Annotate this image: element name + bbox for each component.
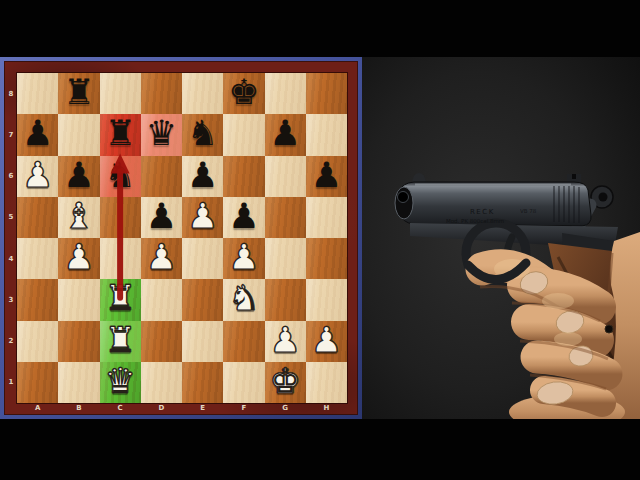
gun-illustration: RECK VB 78 Mod. PK 800cal.8mm xyxy=(362,57,640,419)
square-h2: ♟ xyxy=(306,321,347,362)
white-pawn-h2: ♟ xyxy=(311,323,342,358)
rank-label-6: 6 xyxy=(6,156,16,197)
black-pawn-f5: ♟ xyxy=(228,199,259,234)
square-e4 xyxy=(182,238,223,279)
black-pawn-b6: ♟ xyxy=(63,158,94,193)
rank-label-8: 8 xyxy=(6,73,16,114)
white-pawn-d4: ♟ xyxy=(146,240,177,275)
square-d5: ♟ xyxy=(141,197,182,238)
square-c3: ♜ xyxy=(100,279,141,320)
square-g3 xyxy=(265,279,306,320)
square-d7: ♛ xyxy=(141,114,182,155)
square-d2 xyxy=(141,321,182,362)
square-h6: ♟ xyxy=(306,156,347,197)
white-queen-c1: ♛ xyxy=(104,364,135,399)
black-rook-b8: ♜ xyxy=(63,75,94,110)
square-h8 xyxy=(306,73,347,114)
white-pawn-b4: ♟ xyxy=(63,240,94,275)
engraving-serial: VB 78 xyxy=(520,208,537,214)
chessboard: 87654321 ABCDEFGH ♜♚♟♜♛♞♟♟♟♞♟♟♝♟♟♟♟♟♟♜♞♜… xyxy=(0,57,362,419)
square-e3 xyxy=(182,279,223,320)
square-b1 xyxy=(58,362,99,403)
grip-screw xyxy=(605,325,613,333)
square-a2 xyxy=(17,321,58,362)
rank-label-3: 3 xyxy=(6,279,16,320)
square-e2 xyxy=(182,321,223,362)
white-pawn-g2: ♟ xyxy=(269,323,300,358)
square-e5: ♟ xyxy=(182,197,223,238)
square-g4 xyxy=(265,238,306,279)
white-rook-c2: ♜ xyxy=(104,323,135,358)
rank-label-1: 1 xyxy=(6,362,16,403)
white-pawn-f4: ♟ xyxy=(228,240,259,275)
square-c6: ♞ xyxy=(100,156,141,197)
file-label-g: G xyxy=(265,404,306,415)
black-knight-e7: ♞ xyxy=(187,116,218,151)
rank-labels: 87654321 xyxy=(6,73,16,403)
square-g7: ♟ xyxy=(265,114,306,155)
square-g8 xyxy=(265,73,306,114)
rank-label-2: 2 xyxy=(6,321,16,362)
white-pawn-a6: ♟ xyxy=(22,158,53,193)
square-f6 xyxy=(223,156,264,197)
square-d1 xyxy=(141,362,182,403)
square-b7 xyxy=(58,114,99,155)
square-b6: ♟ xyxy=(58,156,99,197)
white-bishop-b5: ♝ xyxy=(63,199,94,234)
letterbox-top xyxy=(0,0,640,57)
square-b2 xyxy=(58,321,99,362)
square-c4 xyxy=(100,238,141,279)
square-f5: ♟ xyxy=(223,197,264,238)
board-grid: ♜♚♟♜♛♞♟♟♟♞♟♟♝♟♟♟♟♟♟♜♞♜♟♟♛♚ xyxy=(17,73,347,403)
black-knight-c6: ♞ xyxy=(104,158,135,193)
file-label-f: F xyxy=(223,404,264,415)
square-h7 xyxy=(306,114,347,155)
white-pawn-e5: ♟ xyxy=(187,199,218,234)
square-c1: ♛ xyxy=(100,362,141,403)
square-a3 xyxy=(17,279,58,320)
square-h4 xyxy=(306,238,347,279)
square-b3 xyxy=(58,279,99,320)
square-d8 xyxy=(141,73,182,114)
square-c5 xyxy=(100,197,141,238)
white-king-g1: ♚ xyxy=(269,364,300,399)
square-d6 xyxy=(141,156,182,197)
square-f1 xyxy=(223,362,264,403)
square-h3 xyxy=(306,279,347,320)
black-pawn-h6: ♟ xyxy=(311,158,342,193)
square-c2: ♜ xyxy=(100,321,141,362)
file-label-c: C xyxy=(100,404,141,415)
square-e7: ♞ xyxy=(182,114,223,155)
square-d3 xyxy=(141,279,182,320)
black-pawn-g7: ♟ xyxy=(269,116,300,151)
square-a8 xyxy=(17,73,58,114)
black-rook-c7: ♜ xyxy=(104,116,135,151)
square-a6: ♟ xyxy=(17,156,58,197)
square-g6 xyxy=(265,156,306,197)
engraving-model: Mod. PK 800cal.8mm xyxy=(446,218,504,224)
rank-label-5: 5 xyxy=(6,197,16,238)
square-e6: ♟ xyxy=(182,156,223,197)
square-e1 xyxy=(182,362,223,403)
square-f2 xyxy=(223,321,264,362)
white-rook-c3: ♜ xyxy=(104,281,135,316)
square-g5 xyxy=(265,197,306,238)
black-pawn-e6: ♟ xyxy=(187,158,218,193)
black-pawn-a7: ♟ xyxy=(22,116,53,151)
square-c8 xyxy=(100,73,141,114)
black-king-f8: ♚ xyxy=(228,75,259,110)
gun-photo: RECK VB 78 Mod. PK 800cal.8mm xyxy=(362,57,640,419)
file-label-b: B xyxy=(58,404,99,415)
rank-label-4: 4 xyxy=(6,238,16,279)
square-b8: ♜ xyxy=(58,73,99,114)
square-h5 xyxy=(306,197,347,238)
square-a1 xyxy=(17,362,58,403)
rear-sight-notch xyxy=(572,174,576,179)
square-d4: ♟ xyxy=(141,238,182,279)
file-label-a: A xyxy=(17,404,58,415)
rank-label-7: 7 xyxy=(6,114,16,155)
black-queen-d7: ♛ xyxy=(146,116,177,151)
square-h1 xyxy=(306,362,347,403)
muzzle-bore xyxy=(398,192,409,203)
square-a5 xyxy=(17,197,58,238)
square-g2: ♟ xyxy=(265,321,306,362)
file-label-h: H xyxy=(306,404,347,415)
square-f4: ♟ xyxy=(223,238,264,279)
letterbox-bottom xyxy=(0,419,640,480)
square-f7 xyxy=(223,114,264,155)
square-f3: ♞ xyxy=(223,279,264,320)
board-frame: 87654321 ABCDEFGH ♜♚♟♜♛♞♟♟♟♞♟♟♝♟♟♟♟♟♟♜♞♜… xyxy=(4,61,358,415)
square-f8: ♚ xyxy=(223,73,264,114)
black-pawn-d5: ♟ xyxy=(146,199,177,234)
square-a7: ♟ xyxy=(17,114,58,155)
file-labels: ABCDEFGH xyxy=(17,404,347,415)
square-b4: ♟ xyxy=(58,238,99,279)
square-b5: ♝ xyxy=(58,197,99,238)
file-label-e: E xyxy=(182,404,223,415)
white-knight-f3: ♞ xyxy=(228,281,259,316)
square-c7: ♜ xyxy=(100,114,141,155)
square-e8 xyxy=(182,73,223,114)
ring-hammer-hole xyxy=(599,193,608,202)
thumbnail-stage: 87654321 ABCDEFGH ♜♚♟♜♛♞♟♟♟♞♟♟♝♟♟♟♟♟♟♜♞♜… xyxy=(0,0,640,480)
square-g1: ♚ xyxy=(265,362,306,403)
square-a4 xyxy=(17,238,58,279)
file-label-d: D xyxy=(141,404,182,415)
engraving-brand: RECK xyxy=(470,208,495,216)
